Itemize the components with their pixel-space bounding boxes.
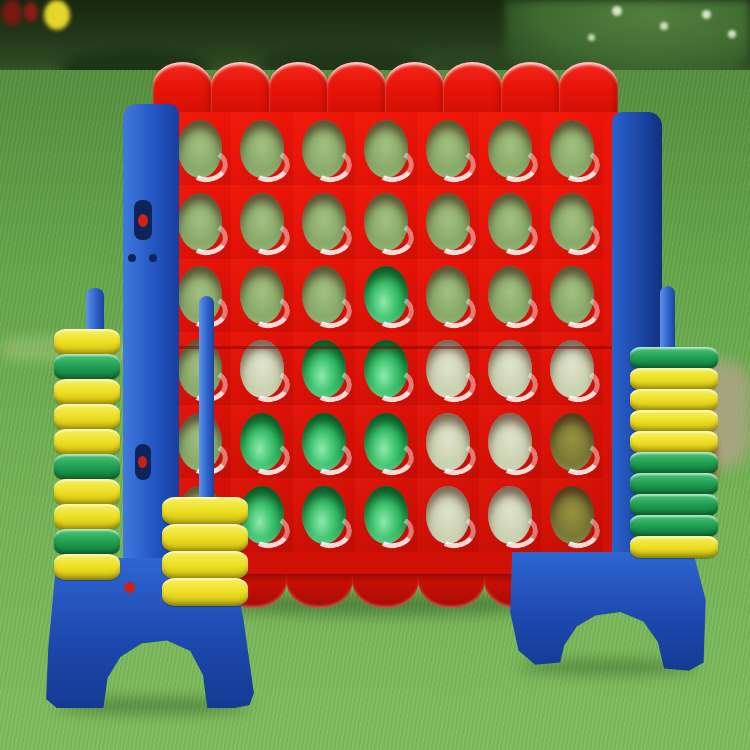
left-disc-stack [54,330,120,580]
empty-hole[interactable] [302,120,346,178]
white-flower-speckle [728,30,736,38]
green-disc-in-board[interactable] [240,413,284,471]
cell-r1c4[interactable] [355,112,417,185]
cell-r5c4[interactable] [355,405,417,478]
cell-r6c3[interactable] [293,478,355,551]
right-disc-stack [630,348,718,558]
yellow-disc[interactable] [630,389,718,411]
empty-hole[interactable] [550,413,594,471]
cell-r2c3[interactable] [293,185,355,258]
empty-hole[interactable] [426,486,470,544]
empty-hole[interactable] [302,193,346,251]
empty-hole[interactable] [426,413,470,471]
empty-hole[interactable] [488,413,532,471]
cell-r1c5[interactable] [417,112,479,185]
green-disc[interactable] [54,529,120,555]
right-disc-peg [660,286,675,352]
cell-r2c6[interactable] [479,185,541,258]
logo-dot [124,582,135,593]
empty-hole[interactable] [240,120,284,178]
cell-r3c4[interactable] [355,259,417,332]
cell-r3c2[interactable] [231,259,293,332]
crest-bump-bottom [286,574,353,608]
cell-r1c6[interactable] [479,112,541,185]
logo-dot [138,214,148,227]
green-disc-in-board[interactable] [364,486,408,544]
cell-r4c2[interactable] [231,332,293,405]
white-flower-speckle [612,6,622,16]
yellow-disc[interactable] [54,404,120,430]
cell-r2c4[interactable] [355,185,417,258]
yellow-disc[interactable] [162,497,248,525]
yellow-disc[interactable] [54,329,120,355]
cell-r6c5[interactable] [417,478,479,551]
logo-dot [138,456,147,468]
empty-hole[interactable] [178,120,222,178]
cell-r5c5[interactable] [417,405,479,478]
green-disc[interactable] [630,347,718,369]
cell-r3c5[interactable] [417,259,479,332]
crest-bump-top [501,62,560,112]
yellow-disc[interactable] [630,368,718,390]
empty-hole[interactable] [550,120,594,178]
empty-hole[interactable] [488,120,532,178]
cell-r5c6[interactable] [479,405,541,478]
board-grid [169,112,603,552]
board-top-crest [154,62,618,112]
cell-r4c3[interactable] [293,332,355,405]
empty-hole[interactable] [240,193,284,251]
cell-r4c6[interactable] [479,332,541,405]
red-flower [2,0,22,26]
crest-bump-top [269,62,328,112]
empty-hole[interactable] [488,193,532,251]
cell-r6c7[interactable] [541,478,603,551]
cell-r2c7[interactable] [541,185,603,258]
white-flower-speckle [702,10,711,19]
empty-hole[interactable] [550,266,594,324]
yellow-disc[interactable] [54,479,120,505]
cell-r4c5[interactable] [417,332,479,405]
green-disc-in-board[interactable] [302,486,346,544]
front-disc-peg [199,296,214,506]
green-disc-in-board[interactable] [302,413,346,471]
cell-r6c4[interactable] [355,478,417,551]
yellow-disc[interactable] [54,554,120,580]
empty-hole[interactable] [178,193,222,251]
empty-hole[interactable] [364,120,408,178]
green-disc[interactable] [54,354,120,380]
leg-bolt [149,254,157,262]
cell-r1c7[interactable] [541,112,603,185]
white-flower-speckle [660,22,668,30]
yellow-flower [44,0,70,30]
empty-hole[interactable] [550,193,594,251]
empty-hole[interactable] [302,266,346,324]
crest-bump-top [385,62,444,112]
crest-bump-top [443,62,502,112]
empty-hole[interactable] [550,486,594,544]
cell-r3c3[interactable] [293,259,355,332]
board-middle-seam [160,346,612,349]
cell-r5c2[interactable] [231,405,293,478]
yellow-disc[interactable] [162,524,248,552]
green-disc[interactable] [54,454,120,480]
white-flower-speckle [588,34,595,41]
cell-r3c6[interactable] [479,259,541,332]
cell-r5c3[interactable] [293,405,355,478]
crest-bump-top [211,62,270,112]
green-disc-in-board[interactable] [364,266,408,324]
empty-hole[interactable] [426,193,470,251]
yellow-disc[interactable] [54,504,120,530]
yellow-disc[interactable] [162,551,248,579]
cell-r2c5[interactable] [417,185,479,258]
red-flower [24,2,38,22]
cell-r3c7[interactable] [541,259,603,332]
yellow-disc[interactable] [630,410,718,432]
crest-bump-bottom [418,574,485,608]
cell-r5c7[interactable] [541,405,603,478]
green-disc[interactable] [630,452,718,474]
yellow-disc[interactable] [630,536,718,558]
empty-hole[interactable] [240,266,284,324]
crest-bump-bottom [352,574,419,608]
cell-r2c2[interactable] [231,185,293,258]
green-disc[interactable] [630,494,718,516]
cell-r6c6[interactable] [479,478,541,551]
empty-hole[interactable] [488,266,532,324]
cell-r1c3[interactable] [293,112,355,185]
cell-r4c7[interactable] [541,332,603,405]
green-disc[interactable] [630,473,718,495]
cell-r1c2[interactable] [231,112,293,185]
green-disc-in-board[interactable] [364,413,408,471]
yellow-disc[interactable] [54,429,120,455]
crest-bump-top [559,62,618,112]
empty-hole[interactable] [426,266,470,324]
cell-r4c4[interactable] [355,332,417,405]
empty-hole[interactable] [426,120,470,178]
green-disc[interactable] [630,515,718,537]
crest-bump-top [327,62,386,112]
empty-hole[interactable] [364,193,408,251]
leg-bolt [128,254,136,262]
front-disc-stack [162,498,248,606]
empty-hole[interactable] [488,486,532,544]
yellow-disc[interactable] [162,578,248,606]
yellow-disc[interactable] [630,431,718,453]
outdoor-scene [0,0,750,750]
yellow-disc[interactable] [54,379,120,405]
